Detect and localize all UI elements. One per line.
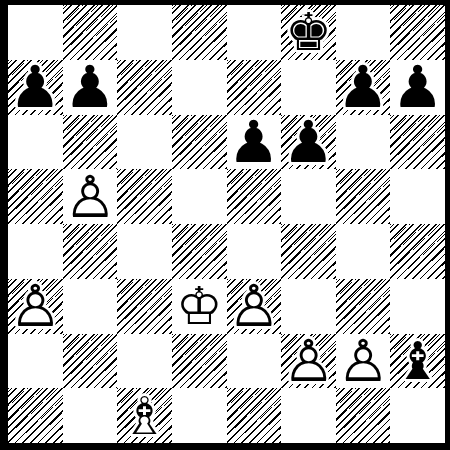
- black-king: ♚: [281, 5, 336, 60]
- square-e8: [227, 5, 282, 60]
- square-b8: [63, 5, 118, 60]
- square-a3: ♟♙: [8, 279, 63, 334]
- square-c3: [117, 279, 172, 334]
- square-h4: [390, 224, 445, 279]
- square-f7: [281, 60, 336, 115]
- square-e4: [227, 224, 282, 279]
- square-g2: ♟♙: [336, 334, 391, 389]
- square-g7: ♟: [336, 60, 391, 115]
- square-f6: ♟: [281, 115, 336, 170]
- square-c4: [117, 224, 172, 279]
- square-e2: [227, 334, 282, 389]
- white-king-fill: ♚: [172, 279, 227, 334]
- square-b3: [63, 279, 118, 334]
- square-d7: [172, 60, 227, 115]
- square-f4: [281, 224, 336, 279]
- square-e7: [227, 60, 282, 115]
- square-g5: [336, 169, 391, 224]
- white-pawn-fill: ♟: [63, 169, 118, 224]
- square-b6: [63, 115, 118, 170]
- square-a4: [8, 224, 63, 279]
- square-f1: [281, 388, 336, 443]
- white-bishop-fill: ♝: [117, 388, 172, 443]
- square-f2: ♟♙: [281, 334, 336, 389]
- white-pawn-fill: ♟: [227, 279, 282, 334]
- square-f5: [281, 169, 336, 224]
- black-pawn: ♟: [281, 115, 336, 170]
- square-b2: [63, 334, 118, 389]
- white-pawn: ♙: [8, 279, 63, 334]
- chess-board: ♚♟♟♟♟♟♟♟♙♟♙♚♔♟♙♟♙♟♙♝♝♗: [0, 0, 450, 450]
- square-a2: [8, 334, 63, 389]
- white-pawn-fill: ♟: [336, 334, 391, 389]
- white-king: ♔: [172, 279, 227, 334]
- square-h7: ♟: [390, 60, 445, 115]
- square-c6: [117, 115, 172, 170]
- black-bishop: ♝: [390, 334, 445, 389]
- square-c1: ♝♗: [117, 388, 172, 443]
- square-h2: ♝: [390, 334, 445, 389]
- white-pawn: ♙: [63, 169, 118, 224]
- square-g3: [336, 279, 391, 334]
- black-pawn: ♟: [227, 115, 282, 170]
- square-g1: [336, 388, 391, 443]
- square-e3: ♟♙: [227, 279, 282, 334]
- square-d5: [172, 169, 227, 224]
- square-a6: [8, 115, 63, 170]
- square-d2: [172, 334, 227, 389]
- square-c8: [117, 5, 172, 60]
- square-d8: [172, 5, 227, 60]
- square-a1: [8, 388, 63, 443]
- black-pawn: ♟: [8, 60, 63, 115]
- square-e6: ♟: [227, 115, 282, 170]
- square-f8: ♚: [281, 5, 336, 60]
- square-c2: [117, 334, 172, 389]
- square-a8: [8, 5, 63, 60]
- square-d1: [172, 388, 227, 443]
- square-h1: [390, 388, 445, 443]
- square-g8: [336, 5, 391, 60]
- square-h3: [390, 279, 445, 334]
- square-c7: [117, 60, 172, 115]
- square-g4: [336, 224, 391, 279]
- white-pawn: ♙: [227, 279, 282, 334]
- square-d6: [172, 115, 227, 170]
- square-d4: [172, 224, 227, 279]
- square-a7: ♟: [8, 60, 63, 115]
- square-b7: ♟: [63, 60, 118, 115]
- black-pawn: ♟: [63, 60, 118, 115]
- square-a5: [8, 169, 63, 224]
- white-pawn: ♙: [281, 334, 336, 389]
- square-c5: [117, 169, 172, 224]
- square-g6: [336, 115, 391, 170]
- square-h6: [390, 115, 445, 170]
- square-b5: ♟♙: [63, 169, 118, 224]
- white-pawn: ♙: [336, 334, 391, 389]
- square-e1: [227, 388, 282, 443]
- square-h8: [390, 5, 445, 60]
- white-pawn-fill: ♟: [281, 334, 336, 389]
- black-pawn: ♟: [336, 60, 391, 115]
- square-f3: [281, 279, 336, 334]
- square-d3: ♚♔: [172, 279, 227, 334]
- square-b1: [63, 388, 118, 443]
- square-b4: [63, 224, 118, 279]
- square-h5: [390, 169, 445, 224]
- white-pawn-fill: ♟: [8, 279, 63, 334]
- black-pawn: ♟: [390, 60, 445, 115]
- square-e5: [227, 169, 282, 224]
- white-bishop: ♗: [117, 388, 172, 443]
